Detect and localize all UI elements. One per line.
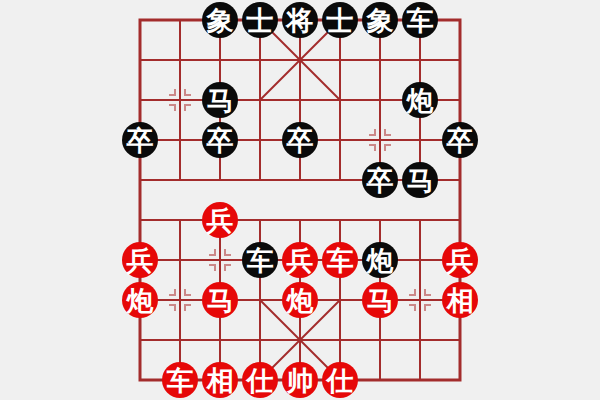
red-soldier[interactable]: 兵 [282,242,318,278]
black-horse[interactable]: 马 [202,82,238,118]
red-cannon[interactable]: 炮 [122,282,158,318]
red-soldier[interactable]: 兵 [442,242,478,278]
board-point-marker [409,289,431,311]
black-advisor[interactable]: 士 [322,2,358,38]
black-cannon[interactable]: 炮 [362,242,398,278]
red-advisor[interactable]: 仕 [242,362,278,398]
black-elephant[interactable]: 象 [202,2,238,38]
black-soldier[interactable]: 卒 [122,122,158,158]
red-cannon[interactable]: 炮 [282,282,318,318]
red-horse[interactable]: 马 [202,282,238,318]
red-chariot[interactable]: 车 [162,362,198,398]
xiangqi-screenshot: 象士将士象车马炮卒卒卒卒卒马车炮兵兵兵车兵炮马炮马相车相仕帅仕 [0,0,600,400]
black-soldier[interactable]: 卒 [362,162,398,198]
xiangqi-board[interactable]: 象士将士象车马炮卒卒卒卒卒马车炮兵兵兵车兵炮马炮马相车相仕帅仕 [120,0,480,400]
red-horse[interactable]: 马 [362,282,398,318]
board-point-marker [369,129,391,151]
black-chariot[interactable]: 车 [242,242,278,278]
black-advisor[interactable]: 士 [242,2,278,38]
red-general[interactable]: 帅 [282,362,318,398]
black-soldier[interactable]: 卒 [282,122,318,158]
board-point-marker [209,249,231,271]
board-point-marker [169,89,191,111]
black-general[interactable]: 将 [282,2,318,38]
black-chariot[interactable]: 车 [402,2,438,38]
red-elephant[interactable]: 相 [202,362,238,398]
black-horse[interactable]: 马 [402,162,438,198]
board-point-marker [169,289,191,311]
black-elephant[interactable]: 象 [362,2,398,38]
black-soldier[interactable]: 卒 [202,122,238,158]
red-soldier[interactable]: 兵 [122,242,158,278]
red-chariot[interactable]: 车 [322,242,358,278]
red-elephant[interactable]: 相 [442,282,478,318]
black-soldier[interactable]: 卒 [442,122,478,158]
red-advisor[interactable]: 仕 [322,362,358,398]
black-cannon[interactable]: 炮 [402,82,438,118]
red-soldier[interactable]: 兵 [202,202,238,238]
